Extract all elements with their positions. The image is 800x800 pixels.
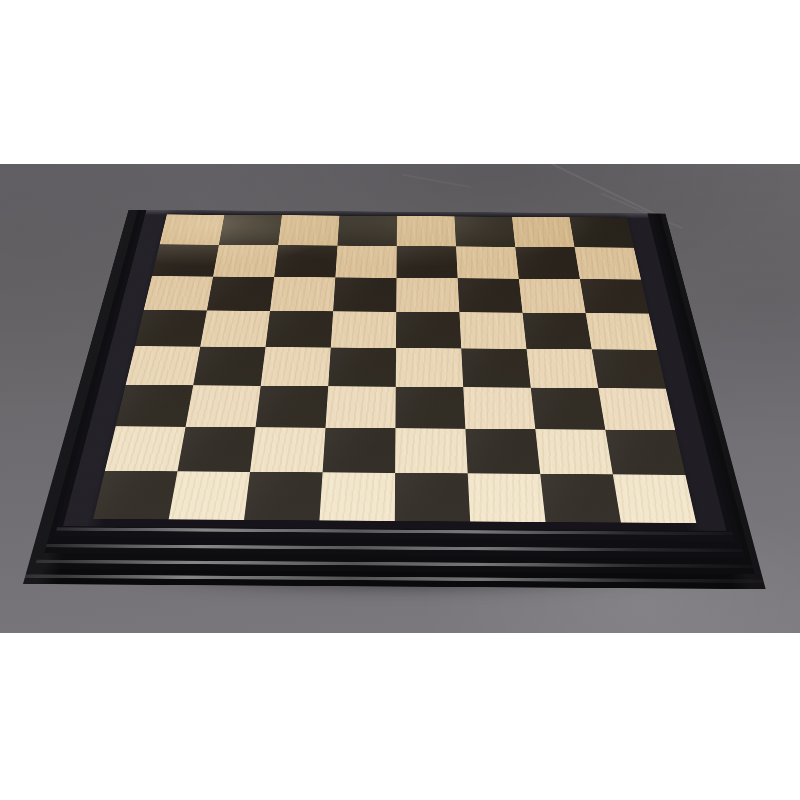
- square-b5: [200, 310, 270, 347]
- square-c2: [250, 427, 325, 472]
- square-a6: [144, 276, 213, 310]
- square-h6: [580, 279, 649, 313]
- square-g2: [535, 429, 612, 474]
- square-e3: [395, 387, 465, 429]
- square-b1: [169, 471, 250, 520]
- square-d5: [331, 311, 396, 348]
- square-g3: [531, 388, 606, 430]
- square-f2: [465, 429, 540, 474]
- square-f1: [468, 473, 546, 522]
- square-g5: [523, 313, 592, 350]
- square-f7: [456, 246, 519, 278]
- square-g8: [512, 217, 575, 247]
- square-c8: [278, 215, 339, 245]
- square-a8: [160, 214, 225, 244]
- square-a2: [105, 426, 186, 471]
- square-d1: [319, 472, 395, 521]
- square-c6: [270, 277, 335, 311]
- square-b6: [207, 277, 274, 311]
- square-f4: [461, 348, 531, 387]
- square-h7: [575, 247, 642, 279]
- square-e7: [396, 246, 457, 278]
- square-e8: [397, 216, 456, 246]
- square-c3: [256, 386, 329, 428]
- square-a5: [135, 310, 207, 347]
- square-d8: [337, 216, 396, 246]
- square-h4: [592, 349, 666, 388]
- square-h8: [569, 217, 633, 247]
- square-h2: [605, 430, 685, 475]
- square-h1: [613, 474, 696, 523]
- square-g6: [519, 279, 586, 313]
- square-c7: [274, 245, 337, 277]
- square-d2: [323, 428, 396, 473]
- square-b4: [193, 347, 265, 386]
- square-e2: [395, 428, 468, 473]
- square-c5: [266, 311, 334, 348]
- chessboard-photo: [0, 164, 800, 633]
- square-b8: [219, 215, 282, 245]
- square-g4: [526, 349, 598, 388]
- square-f8: [454, 216, 515, 246]
- square-f5: [459, 312, 526, 349]
- square-e5: [396, 312, 461, 349]
- square-a3: [116, 385, 194, 427]
- square-c4: [261, 347, 331, 386]
- square-h5: [586, 313, 657, 350]
- letterbox-bottom: [0, 633, 800, 800]
- chessboard-squares: [93, 214, 696, 523]
- square-a4: [126, 346, 201, 385]
- letterbox-top: [0, 0, 800, 164]
- square-h3: [598, 388, 675, 430]
- square-d6: [333, 277, 396, 311]
- square-g1: [540, 474, 621, 523]
- photo-page: [0, 0, 800, 800]
- square-a1: [93, 471, 177, 520]
- square-g7: [515, 247, 580, 279]
- square-d7: [335, 246, 396, 278]
- square-d4: [328, 348, 396, 387]
- square-f3: [463, 387, 535, 429]
- board-assembly: [0, 169, 800, 611]
- square-a7: [152, 244, 219, 276]
- square-e6: [396, 278, 459, 312]
- square-b7: [213, 245, 278, 277]
- square-b2: [177, 427, 255, 472]
- square-e1: [395, 473, 470, 522]
- square-c1: [244, 472, 323, 521]
- square-d3: [325, 386, 395, 428]
- square-f6: [458, 278, 523, 312]
- square-b3: [186, 385, 261, 427]
- square-e4: [396, 348, 464, 387]
